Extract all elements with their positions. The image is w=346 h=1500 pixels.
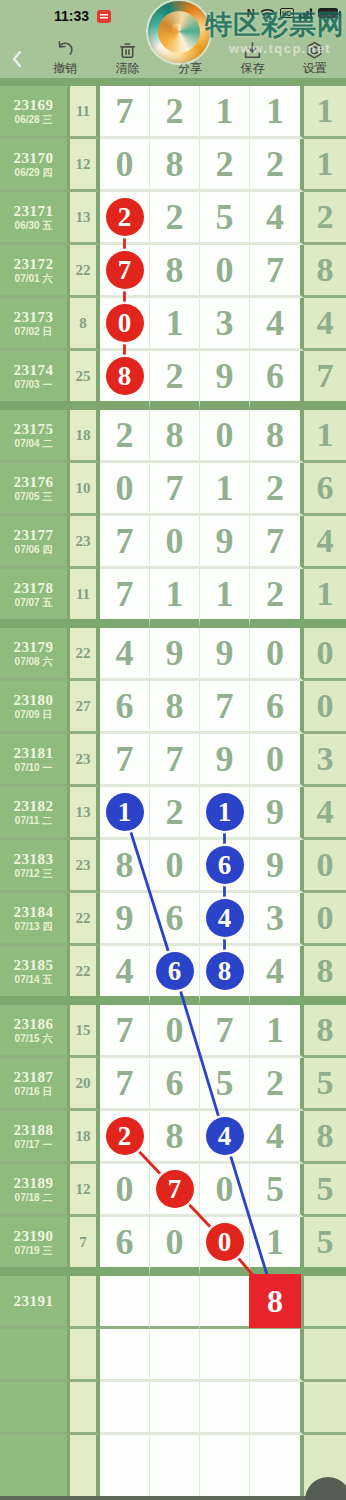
digit-cell[interactable]: 8: [100, 840, 150, 893]
digit-cell[interactable]: 4: [250, 1111, 304, 1164]
chart-row: 2316906/28 三1172111: [0, 86, 346, 139]
digit-cell[interactable]: 8: [150, 139, 200, 192]
nfc-icon: N: [247, 7, 255, 19]
sum-cell: 20: [70, 1058, 100, 1111]
digit-cell[interactable]: 2: [250, 569, 304, 628]
draw-date: 07/18 二: [15, 1192, 53, 1203]
mark-circle-blue: 1: [106, 793, 144, 831]
digit-cell[interactable]: 2: [150, 86, 200, 139]
digit-cell[interactable]: 8: [150, 410, 200, 463]
sum-cell: 22: [70, 946, 100, 1005]
digit-cell[interactable]: 1: [200, 463, 250, 516]
tail-cell: 0: [304, 893, 346, 946]
mark-circle-red: 8: [106, 357, 144, 395]
status-bar: 11:33 N HD: [0, 6, 346, 26]
sum-cell: 15: [70, 1005, 100, 1058]
digit-cell[interactable]: 7: [150, 734, 200, 787]
period-number: 23173: [14, 309, 54, 326]
digit-cell[interactable]: 0: [200, 410, 250, 463]
digit-cell[interactable]: 7: [200, 681, 250, 734]
digit-cell[interactable]: 8: [150, 1111, 200, 1164]
digit-cell[interactable]: 0: [100, 139, 150, 192]
chart-row: 2318307/12 三2380690: [0, 840, 346, 893]
digit-cell[interactable]: [200, 1382, 250, 1435]
digit-cell[interactable]: [200, 1276, 250, 1329]
period-number: 23180: [14, 692, 54, 709]
period-number: 23181: [14, 745, 54, 762]
digit-cell[interactable]: 1: [200, 569, 250, 628]
sum-cell: [70, 1382, 100, 1435]
digit-cell[interactable]: [250, 1435, 304, 1500]
digit-cell[interactable]: 9: [200, 351, 250, 410]
mark-circle-red: 2: [106, 1117, 144, 1155]
tail-cell: 1: [304, 139, 346, 192]
tail-cell: [304, 1276, 346, 1329]
bottom-bar-edge: [0, 1496, 346, 1500]
tail-cell: 4: [304, 298, 346, 351]
digit-cell[interactable]: 2: [150, 787, 200, 840]
digit-cell[interactable]: 4: [250, 192, 304, 245]
save-button[interactable]: 保存: [221, 40, 283, 78]
draw-date: 07/06 四: [15, 544, 53, 555]
tail-cell: 1: [304, 86, 346, 139]
chart-row: 2318007/09 日2768760: [0, 681, 346, 734]
sum-cell: 22: [70, 893, 100, 946]
digit-cell[interactable]: 7: [100, 569, 150, 628]
digit-cell[interactable]: 8: [250, 1276, 304, 1329]
sum-cell: 18: [70, 410, 100, 463]
tail-cell: [304, 1382, 346, 1435]
digit-cell[interactable]: 2: [100, 1111, 150, 1164]
tail-cell: 5: [304, 1217, 346, 1276]
period-number: 23190: [14, 1228, 54, 1245]
tail-cell: 8: [304, 1005, 346, 1058]
period-cell: 2318707/16 日: [0, 1058, 70, 1111]
digit-cell[interactable]: 7: [200, 1005, 250, 1058]
digit-cell[interactable]: 7: [100, 1058, 150, 1111]
digit-cell[interactable]: 7: [250, 516, 304, 569]
period-cell: 2318907/18 二: [0, 1164, 70, 1217]
period-cell: 2317507/04 二: [0, 410, 70, 463]
digit-cell[interactable]: [250, 1382, 304, 1435]
sum-cell: 18: [70, 1111, 100, 1164]
digit-cell[interactable]: 7: [100, 86, 150, 139]
digit-cell[interactable]: 0: [200, 1164, 250, 1217]
period-cell: [0, 1382, 70, 1435]
chart-row: 2317907/08 六2249900: [0, 628, 346, 681]
digit-cell[interactable]: 0: [150, 1005, 200, 1058]
sum-cell: 12: [70, 139, 100, 192]
chart-row: 2317407/03 一2582967: [0, 351, 346, 410]
digit-cell[interactable]: [150, 1329, 200, 1382]
period-number: 23189: [14, 1175, 54, 1192]
digit-cell[interactable]: 7: [150, 1164, 200, 1217]
digit-cell[interactable]: 0: [200, 1217, 250, 1276]
sum-cell: 13: [70, 192, 100, 245]
app-header: 11:33 N HD 撤销清除分享保存设置: [0, 0, 346, 78]
chart-row: 2319007/19 三760015: [0, 1217, 346, 1276]
chart-row: 2317207/01 六2278078: [0, 245, 346, 298]
digit-cell[interactable]: 2: [100, 410, 150, 463]
draw-date: 07/01 六: [15, 273, 53, 284]
chart-row: 2317707/06 四2370974: [0, 516, 346, 569]
chart-row: 2318407/13 四2296430: [0, 893, 346, 946]
clear-button[interactable]: 清除: [96, 40, 158, 78]
draw-date: 07/12 三: [15, 868, 53, 879]
chart-row: 2318707/16 日2076525: [0, 1058, 346, 1111]
draw-date: 06/29 四: [15, 167, 53, 178]
back-button[interactable]: [0, 40, 34, 78]
clear-label: 清除: [116, 62, 140, 74]
digit-cell[interactable]: 4: [200, 1111, 250, 1164]
digit-cell[interactable]: 7: [100, 734, 150, 787]
save-label: 保存: [240, 62, 264, 74]
digit-cell[interactable]: 2: [100, 192, 150, 245]
mark-circle-blue: 6: [156, 952, 194, 990]
digit-cell[interactable]: 3: [200, 298, 250, 351]
digit-cell[interactable]: 1: [150, 298, 200, 351]
sum-cell: 11: [70, 86, 100, 139]
mark-circle-blue: 6: [206, 846, 244, 884]
sum-cell: 23: [70, 734, 100, 787]
digit-cell[interactable]: 2: [150, 351, 200, 410]
period-number: 23191: [14, 1293, 54, 1310]
tail-cell: 4: [304, 516, 346, 569]
chart-row: 2317507/04 二1828081: [0, 410, 346, 463]
period-cell: 2318507/14 五: [0, 946, 70, 1005]
digit-cell[interactable]: 8: [150, 681, 200, 734]
period-number: 23186: [14, 1016, 54, 1033]
period-number: 23175: [14, 421, 54, 438]
digit-cell[interactable]: 9: [200, 516, 250, 569]
sum-cell: 8: [70, 298, 100, 351]
sum-cell: 22: [70, 245, 100, 298]
draw-date: 07/03 一: [15, 379, 53, 390]
period-number: 23182: [14, 798, 54, 815]
period-number: 23172: [14, 256, 54, 273]
tail-cell: 7: [304, 351, 346, 410]
digit-cell[interactable]: [150, 1382, 200, 1435]
period-number: 23187: [14, 1069, 54, 1086]
mark-circle-blue: 1: [206, 793, 244, 831]
period-cell: 2317907/08 六: [0, 628, 70, 681]
sum-cell: 11: [70, 569, 100, 628]
toolbar: 撤销清除分享保存设置: [0, 40, 346, 78]
digit-cell[interactable]: 0: [100, 463, 150, 516]
red-badge-icon: [97, 10, 111, 23]
digit-cell[interactable]: 0: [100, 1164, 150, 1217]
digit-cell[interactable]: 9: [200, 734, 250, 787]
undo-icon: [55, 40, 76, 61]
digit-cell[interactable]: [100, 1382, 150, 1435]
digit-cell[interactable]: 7: [100, 245, 150, 298]
digit-cell[interactable]: 1: [250, 86, 304, 139]
period-cell: 2318807/17 一: [0, 1111, 70, 1164]
chart-row: 2318207/11 二1312194: [0, 787, 346, 840]
chart-row: 2317106/30 五1322542: [0, 192, 346, 245]
settings-label: 设置: [303, 62, 327, 74]
undo-button[interactable]: 撤销: [34, 40, 96, 78]
draw-date: 06/28 三: [15, 114, 53, 125]
digit-cell[interactable]: 1: [250, 1005, 304, 1058]
mark-circle-blue: 8: [206, 952, 244, 990]
draw-date: 07/05 三: [15, 491, 53, 502]
digit-cell[interactable]: 6: [250, 681, 304, 734]
period-cell: [0, 1435, 70, 1500]
empty-row: [0, 1382, 346, 1435]
digit-cell[interactable]: 3: [250, 893, 304, 946]
mark-circle-red: 0: [206, 1223, 244, 1261]
digit-cell[interactable]: 2: [250, 1058, 304, 1111]
sum-cell: 13: [70, 787, 100, 840]
draw-date: 07/15 六: [15, 1033, 53, 1044]
digit-cell[interactable]: 8: [100, 351, 150, 410]
period-cell: 2317106/30 五: [0, 192, 70, 245]
sum-cell: 23: [70, 516, 100, 569]
period-cell: 23191: [0, 1276, 70, 1329]
period-number: 23188: [14, 1122, 54, 1139]
digit-cell[interactable]: 1: [200, 787, 250, 840]
digit-cell[interactable]: 9: [200, 628, 250, 681]
digit-cell[interactable]: 8: [200, 946, 250, 1005]
undo-label: 撤销: [53, 62, 77, 74]
draw-date: 07/14 五: [15, 974, 53, 985]
digit-cell[interactable]: 5: [250, 1164, 304, 1217]
digit-cell[interactable]: [200, 1329, 250, 1382]
empty-row: [0, 1329, 346, 1382]
tail-cell: 5: [304, 1058, 346, 1111]
draw-date: 07/09 日: [15, 709, 53, 720]
tail-cell: 0: [304, 681, 346, 734]
digit-cell[interactable]: 7: [150, 463, 200, 516]
predicted-number-square: 8: [249, 1274, 301, 1328]
sum-cell: 7: [70, 1217, 100, 1276]
chart-row: 2317006/29 四1208221: [0, 139, 346, 192]
digit-cell[interactable]: 5: [200, 192, 250, 245]
tail-cell: 0: [304, 628, 346, 681]
period-cell: 2317407/03 一: [0, 351, 70, 410]
digit-cell[interactable]: 2: [150, 192, 200, 245]
digit-cell[interactable]: 8: [150, 245, 200, 298]
draw-date: 07/10 一: [15, 762, 53, 773]
draw-date: 07/17 一: [15, 1139, 53, 1150]
settings-icon: [304, 40, 325, 61]
tail-cell: 4: [304, 787, 346, 840]
digit-cell[interactable]: 0: [150, 840, 200, 893]
period-number: 23174: [14, 362, 54, 379]
chart-row: 2317807/07 五1171121: [0, 569, 346, 628]
period-cell: 2316906/28 三: [0, 86, 70, 139]
digit-cell[interactable]: 6: [200, 840, 250, 893]
chart-row: 2318107/10 一2377903: [0, 734, 346, 787]
digit-cell[interactable]: 9: [250, 787, 304, 840]
period-cell: 2317807/07 五: [0, 569, 70, 628]
period-number: 23171: [14, 203, 54, 220]
mark-circle-blue: 4: [206, 899, 244, 937]
digit-cell[interactable]: 2: [250, 139, 304, 192]
digit-cell[interactable]: 6: [100, 1217, 150, 1276]
sum-cell: [70, 1329, 100, 1382]
chart-row: 2317607/05 三1007126: [0, 463, 346, 516]
period-cell: 2318607/15 六: [0, 1005, 70, 1058]
draw-date: 07/16 日: [15, 1086, 53, 1097]
tail-cell: [304, 1329, 346, 1382]
tail-cell: 0: [304, 840, 346, 893]
digit-cell[interactable]: 7: [250, 245, 304, 298]
period-cell: [0, 1329, 70, 1382]
empty-row: [0, 1435, 346, 1500]
period-cell: 2317707/06 四: [0, 516, 70, 569]
mark-circle-red: 7: [106, 251, 144, 289]
period-number: 23185: [14, 957, 54, 974]
digit-cell[interactable]: 2: [250, 463, 304, 516]
tail-cell: 8: [304, 946, 346, 1005]
period-number: 23179: [14, 639, 54, 656]
period-cell: 2318307/12 三: [0, 840, 70, 893]
chart-row: 2318907/18 二1207055: [0, 1164, 346, 1217]
draw-date: 07/04 二: [15, 438, 53, 449]
draw-date: 06/30 五: [15, 220, 53, 231]
period-number: 23183: [14, 851, 54, 868]
digit-cell[interactable]: 4: [200, 893, 250, 946]
digit-cell[interactable]: 7: [100, 516, 150, 569]
digit-cell[interactable]: 1: [100, 787, 150, 840]
chart-row: 2318507/14 五2246848: [0, 946, 346, 1005]
digit-cell[interactable]: 4: [250, 298, 304, 351]
digit-cell[interactable]: 6: [150, 893, 200, 946]
hd-icon: HD: [280, 8, 294, 18]
draw-date: 07/11 二: [15, 815, 52, 826]
digit-cell[interactable]: 0: [250, 628, 304, 681]
tail-cell: 3: [304, 734, 346, 787]
period-number: 23170: [14, 150, 54, 167]
period-cell: 2317307/02 日: [0, 298, 70, 351]
digit-cell[interactable]: [150, 1276, 200, 1329]
period-number: 23177: [14, 527, 54, 544]
digit-cell[interactable]: 0: [200, 245, 250, 298]
period-cell: 2318107/10 一: [0, 734, 70, 787]
draw-date: 07/07 五: [15, 597, 53, 608]
digit-cell[interactable]: 7: [100, 1005, 150, 1058]
digit-cell[interactable]: 6: [150, 1058, 200, 1111]
digit-cell[interactable]: [200, 1435, 250, 1500]
digit-cell[interactable]: 2: [200, 139, 250, 192]
sum-cell: [70, 1276, 100, 1329]
wifi-icon: [260, 7, 275, 19]
period-number: 23169: [14, 97, 54, 114]
digit-cell[interactable]: 9: [250, 840, 304, 893]
clock: 11:33: [54, 8, 89, 24]
digit-cell[interactable]: 8: [250, 410, 304, 463]
signal-icon: [299, 8, 313, 19]
settings-button[interactable]: 设置: [284, 40, 346, 78]
battery-icon: [318, 8, 338, 18]
share-button[interactable]: 分享: [159, 40, 221, 78]
chart-row: 2318807/17 一1828448: [0, 1111, 346, 1164]
tail-cell: 8: [304, 245, 346, 298]
period-number: 23184: [14, 904, 54, 921]
period-cell: 2319007/19 三: [0, 1217, 70, 1276]
period-cell: 2318407/13 四: [0, 893, 70, 946]
chart-row: 2317307/02 日801344: [0, 298, 346, 351]
digit-cell[interactable]: 4: [250, 946, 304, 1005]
period-number: 23176: [14, 474, 54, 491]
tail-cell: 1: [304, 569, 346, 628]
share-label: 分享: [178, 62, 202, 74]
digit-cell[interactable]: 9: [100, 893, 150, 946]
digit-cell[interactable]: 9: [150, 628, 200, 681]
period-cell: 2317006/29 四: [0, 139, 70, 192]
digit-cell[interactable]: 1: [150, 569, 200, 628]
save-icon: [242, 40, 263, 61]
digit-cell[interactable]: 6: [100, 681, 150, 734]
sum-cell: [70, 1435, 100, 1500]
digit-cell[interactable]: [150, 1435, 200, 1500]
sum-cell: 23: [70, 840, 100, 893]
digit-cell[interactable]: 6: [150, 946, 200, 1005]
digit-cell[interactable]: [100, 1276, 150, 1329]
sum-cell: 12: [70, 1164, 100, 1217]
tail-cell: 1: [304, 410, 346, 463]
digit-cell[interactable]: 0: [100, 298, 150, 351]
digit-cell[interactable]: 1: [200, 86, 250, 139]
mark-circle-red: 7: [156, 1170, 194, 1208]
chart-row: 2318607/15 六1570718: [0, 1005, 346, 1058]
draw-date: 07/19 三: [15, 1245, 53, 1256]
period-number: 23178: [14, 580, 54, 597]
period-cell: 2318207/11 二: [0, 787, 70, 840]
period-cell: 2318007/09 日: [0, 681, 70, 734]
sum-cell: 10: [70, 463, 100, 516]
digit-cell[interactable]: 0: [150, 516, 200, 569]
status-icons: N HD: [247, 7, 338, 19]
digit-cell[interactable]: 1: [250, 1217, 304, 1276]
digit-cell[interactable]: 0: [250, 734, 304, 787]
draw-date: 07/08 六: [15, 656, 53, 667]
period-cell: 2317207/01 六: [0, 245, 70, 298]
digit-cell[interactable]: 5: [200, 1058, 250, 1111]
trend-chart-rows: 2316906/28 三11721112317006/29 四120822123…: [0, 86, 346, 1500]
sum-cell: 27: [70, 681, 100, 734]
digit-cell[interactable]: [100, 1329, 150, 1382]
digit-cell[interactable]: 4: [100, 946, 150, 1005]
mark-circle-blue: 4: [206, 1117, 244, 1155]
clear-icon: [117, 40, 138, 61]
tail-cell: 8: [304, 1111, 346, 1164]
tail-cell: 2: [304, 192, 346, 245]
digit-cell[interactable]: 6: [250, 351, 304, 410]
period-cell: 2317607/05 三: [0, 463, 70, 516]
sum-cell: 22: [70, 628, 100, 681]
trend-chart: 2316906/28 三11721112317006/29 四120822123…: [0, 78, 346, 1500]
draw-date: 07/02 日: [15, 326, 53, 337]
draw-date: 07/13 四: [15, 921, 53, 932]
digit-cell[interactable]: [250, 1329, 304, 1382]
digit-cell[interactable]: 4: [100, 628, 150, 681]
share-icon: [180, 40, 201, 61]
digit-cell[interactable]: [100, 1435, 150, 1500]
tail-cell: 6: [304, 463, 346, 516]
digit-cell[interactable]: 0: [150, 1217, 200, 1276]
sum-cell: 25: [70, 351, 100, 410]
mark-circle-red: 2: [106, 198, 144, 236]
mark-circle-red: 0: [106, 304, 144, 342]
tail-cell: 5: [304, 1164, 346, 1217]
next-draw-row: 231918: [0, 1276, 346, 1329]
